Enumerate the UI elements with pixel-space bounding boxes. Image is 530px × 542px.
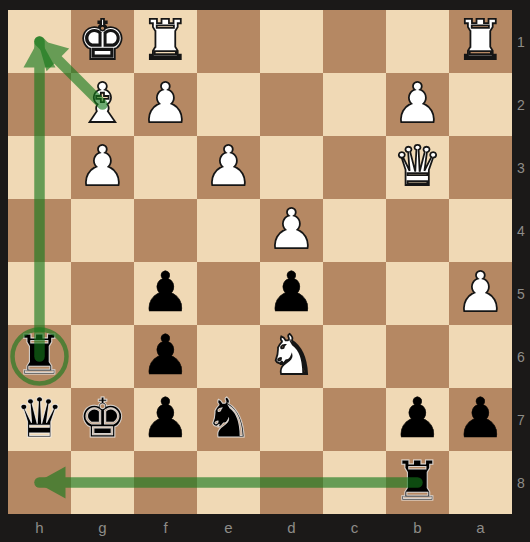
- square-a1[interactable]: ♜: [449, 10, 512, 73]
- square-c5[interactable]: [323, 262, 386, 325]
- square-h5[interactable]: [8, 262, 71, 325]
- file-label-b: b: [386, 516, 449, 542]
- square-c6[interactable]: [323, 325, 386, 388]
- square-e4[interactable]: [197, 199, 260, 262]
- square-g5[interactable]: [71, 262, 134, 325]
- square-f6[interactable]: ♟: [134, 325, 197, 388]
- piece-white-pawn-b2[interactable]: ♟: [393, 76, 442, 131]
- square-b5[interactable]: [386, 262, 449, 325]
- square-a4[interactable]: [449, 199, 512, 262]
- piece-white-pawn-d4[interactable]: ♟: [267, 202, 316, 257]
- square-b6[interactable]: [386, 325, 449, 388]
- piece-white-rook-a1[interactable]: ♜: [456, 13, 505, 68]
- rank-label-8: 8: [512, 451, 530, 514]
- piece-black-king-g7[interactable]: ♚: [78, 391, 127, 446]
- piece-white-bishop-g2[interactable]: ♝: [78, 76, 127, 131]
- square-h3[interactable]: [8, 136, 71, 199]
- square-c7[interactable]: [323, 388, 386, 451]
- rank-label-1: 1: [512, 10, 530, 73]
- square-c1[interactable]: [323, 10, 386, 73]
- piece-black-pawn-f6[interactable]: ♟: [141, 328, 190, 383]
- file-label-e: e: [197, 516, 260, 542]
- square-h7[interactable]: ♛: [8, 388, 71, 451]
- rank-label-7: 7: [512, 388, 530, 451]
- square-g2[interactable]: ♝: [71, 73, 134, 136]
- square-d2[interactable]: [260, 73, 323, 136]
- file-labels: hgfedcba: [8, 516, 512, 542]
- piece-black-queen-h7[interactable]: ♛: [15, 391, 64, 446]
- square-f4[interactable]: [134, 199, 197, 262]
- square-a7[interactable]: ♟: [449, 388, 512, 451]
- square-f3[interactable]: [134, 136, 197, 199]
- piece-black-rook-h6[interactable]: ♜: [15, 328, 64, 383]
- piece-black-rook-b8[interactable]: ♜: [393, 454, 442, 509]
- piece-white-rook-f1[interactable]: ♜: [141, 13, 190, 68]
- square-g7[interactable]: ♚: [71, 388, 134, 451]
- square-d7[interactable]: [260, 388, 323, 451]
- square-b2[interactable]: ♟: [386, 73, 449, 136]
- piece-black-pawn-a7[interactable]: ♟: [456, 391, 505, 446]
- square-f2[interactable]: ♟: [134, 73, 197, 136]
- square-e7[interactable]: ♞: [197, 388, 260, 451]
- square-d6[interactable]: ♞: [260, 325, 323, 388]
- file-label-c: c: [323, 516, 386, 542]
- square-h1[interactable]: [8, 10, 71, 73]
- square-f1[interactable]: ♜: [134, 10, 197, 73]
- square-a3[interactable]: [449, 136, 512, 199]
- piece-black-pawn-b7[interactable]: ♟: [393, 391, 442, 446]
- file-label-g: g: [71, 516, 134, 542]
- chess-board: ♚♜♜♝♟♟♟♟♛♟♟♟♟♜♟♞♛♚♟♞♟♟♜: [8, 10, 512, 514]
- square-d4[interactable]: ♟: [260, 199, 323, 262]
- rank-label-3: 3: [512, 136, 530, 199]
- piece-black-knight-e7[interactable]: ♞: [204, 391, 253, 446]
- square-g3[interactable]: ♟: [71, 136, 134, 199]
- rank-label-4: 4: [512, 199, 530, 262]
- square-c2[interactable]: [323, 73, 386, 136]
- file-label-f: f: [134, 516, 197, 542]
- file-label-h: h: [8, 516, 71, 542]
- square-c4[interactable]: [323, 199, 386, 262]
- chess-app: ♚♜♜♝♟♟♟♟♛♟♟♟♟♜♟♞♛♚♟♞♟♟♜ hgfedcba 1234567…: [0, 0, 530, 542]
- square-c3[interactable]: [323, 136, 386, 199]
- piece-white-queen-b3[interactable]: ♛: [393, 139, 442, 194]
- file-label-a: a: [449, 516, 512, 542]
- square-b3[interactable]: ♛: [386, 136, 449, 199]
- rank-labels: 12345678: [512, 10, 530, 514]
- square-d8[interactable]: [260, 451, 323, 514]
- rank-label-5: 5: [512, 262, 530, 325]
- square-g1[interactable]: ♚: [71, 10, 134, 73]
- square-g6[interactable]: [71, 325, 134, 388]
- square-e3[interactable]: ♟: [197, 136, 260, 199]
- square-e2[interactable]: [197, 73, 260, 136]
- square-h2[interactable]: [8, 73, 71, 136]
- piece-black-pawn-f5[interactable]: ♟: [141, 265, 190, 320]
- piece-white-pawn-f2[interactable]: ♟: [141, 76, 190, 131]
- square-h4[interactable]: [8, 199, 71, 262]
- square-c8[interactable]: [323, 451, 386, 514]
- piece-black-pawn-f7[interactable]: ♟: [141, 391, 190, 446]
- rank-label-2: 2: [512, 73, 530, 136]
- square-a6[interactable]: [449, 325, 512, 388]
- square-f8[interactable]: [134, 451, 197, 514]
- square-a5[interactable]: ♟: [449, 262, 512, 325]
- square-f7[interactable]: ♟: [134, 388, 197, 451]
- rank-label-6: 6: [512, 325, 530, 388]
- file-label-d: d: [260, 516, 323, 542]
- square-h8[interactable]: [8, 451, 71, 514]
- square-d3[interactable]: [260, 136, 323, 199]
- piece-white-pawn-e3[interactable]: ♟: [204, 139, 253, 194]
- square-f5[interactable]: ♟: [134, 262, 197, 325]
- square-h6[interactable]: ♜: [8, 325, 71, 388]
- square-e8[interactable]: [197, 451, 260, 514]
- square-g4[interactable]: [71, 199, 134, 262]
- piece-black-pawn-d5[interactable]: ♟: [267, 265, 316, 320]
- square-b4[interactable]: [386, 199, 449, 262]
- square-e5[interactable]: [197, 262, 260, 325]
- square-e1[interactable]: [197, 10, 260, 73]
- square-a2[interactable]: [449, 73, 512, 136]
- piece-white-pawn-g3[interactable]: ♟: [78, 139, 127, 194]
- square-b7[interactable]: ♟: [386, 388, 449, 451]
- piece-white-knight-d6[interactable]: ♞: [267, 328, 316, 383]
- square-b8[interactable]: ♜: [386, 451, 449, 514]
- square-d5[interactable]: ♟: [260, 262, 323, 325]
- square-e6[interactable]: [197, 325, 260, 388]
- square-a8[interactable]: [449, 451, 512, 514]
- square-b1[interactable]: [386, 10, 449, 73]
- piece-white-king-g1[interactable]: ♚: [78, 13, 127, 68]
- piece-white-pawn-a5[interactable]: ♟: [456, 265, 505, 320]
- square-g8[interactable]: [71, 451, 134, 514]
- square-d1[interactable]: [260, 10, 323, 73]
